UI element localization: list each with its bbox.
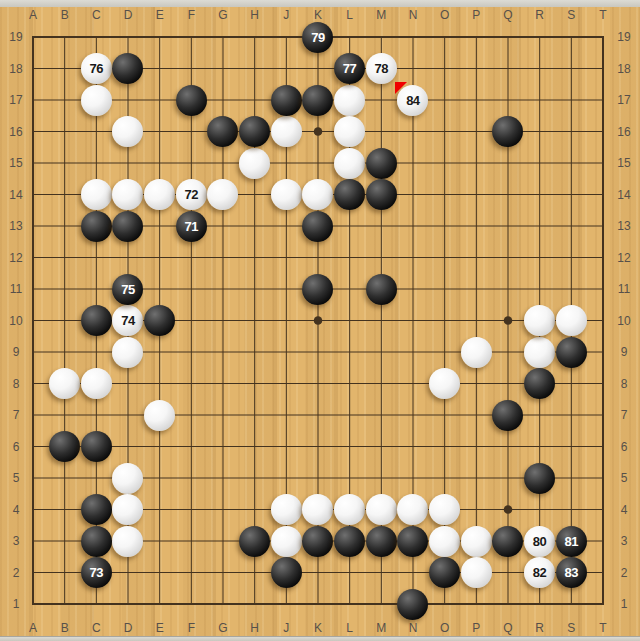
stone-white-d9[interactable] bbox=[112, 337, 143, 368]
stone-move-75[interactable]: 75 bbox=[112, 274, 143, 305]
row-label-right-1: 1 bbox=[621, 597, 628, 611]
stone-white-d14[interactable] bbox=[112, 179, 143, 210]
stone-black-b6[interactable] bbox=[49, 431, 80, 462]
stone-white-j14[interactable] bbox=[271, 179, 302, 210]
col-label-bottom-F: F bbox=[188, 621, 195, 635]
stone-white-l4[interactable] bbox=[334, 494, 365, 525]
col-label-top-H: H bbox=[250, 8, 259, 22]
go-board[interactable]: 7672788474808279777175738183 bbox=[17, 21, 618, 620]
stone-black-r8[interactable] bbox=[524, 368, 555, 399]
stone-white-r9[interactable] bbox=[524, 337, 555, 368]
stone-black-c13[interactable] bbox=[81, 211, 112, 242]
col-label-top-S: S bbox=[567, 8, 575, 22]
col-label-bottom-B: B bbox=[61, 621, 69, 635]
stone-white-c17[interactable] bbox=[81, 85, 112, 116]
stone-move-73[interactable]: 73 bbox=[81, 557, 112, 588]
stone-black-l3[interactable] bbox=[334, 526, 365, 557]
row-label-right-10: 10 bbox=[617, 314, 630, 328]
stone-black-s9[interactable] bbox=[556, 337, 587, 368]
col-label-bottom-J: J bbox=[283, 621, 289, 635]
window-bottom-strip bbox=[0, 636, 640, 641]
col-label-top-R: R bbox=[535, 8, 544, 22]
stone-black-h3[interactable] bbox=[239, 526, 270, 557]
stone-white-e14[interactable] bbox=[144, 179, 175, 210]
stone-white-j16[interactable] bbox=[271, 116, 302, 147]
stone-white-r10[interactable] bbox=[524, 305, 555, 336]
stone-white-p9[interactable] bbox=[461, 337, 492, 368]
row-label-right-17: 17 bbox=[617, 93, 630, 107]
stone-white-s10[interactable] bbox=[556, 305, 587, 336]
row-label-right-8: 8 bbox=[621, 377, 628, 391]
stone-black-j17[interactable] bbox=[271, 85, 302, 116]
stone-white-c8[interactable] bbox=[81, 368, 112, 399]
move-number-label: 82 bbox=[533, 566, 546, 579]
row-label-right-5: 5 bbox=[621, 471, 628, 485]
col-label-bottom-A: A bbox=[29, 621, 37, 635]
stone-white-p2[interactable] bbox=[461, 557, 492, 588]
col-label-bottom-H: H bbox=[250, 621, 259, 635]
stone-black-o2[interactable] bbox=[429, 557, 460, 588]
col-label-bottom-N: N bbox=[409, 621, 418, 635]
row-label-right-11: 11 bbox=[618, 282, 630, 296]
stone-move-71[interactable]: 71 bbox=[176, 211, 207, 242]
stone-white-k4[interactable] bbox=[302, 494, 333, 525]
move-number-label: 77 bbox=[343, 62, 356, 75]
col-label-top-F: F bbox=[188, 8, 195, 22]
stone-black-k11[interactable] bbox=[302, 274, 333, 305]
move-number-label: 73 bbox=[90, 566, 103, 579]
stone-black-r5[interactable] bbox=[524, 463, 555, 494]
last-move-marker-icon bbox=[395, 82, 407, 94]
col-label-top-T: T bbox=[599, 8, 606, 22]
col-label-top-J: J bbox=[283, 8, 289, 22]
stone-white-o3[interactable] bbox=[429, 526, 460, 557]
stone-white-b8[interactable] bbox=[49, 368, 80, 399]
stone-move-72[interactable]: 72 bbox=[176, 179, 207, 210]
stone-move-82[interactable]: 82 bbox=[524, 557, 555, 588]
row-label-right-19: 19 bbox=[617, 30, 630, 44]
stone-white-k14[interactable] bbox=[302, 179, 333, 210]
col-label-bottom-E: E bbox=[156, 621, 164, 635]
move-number-label: 74 bbox=[121, 314, 134, 327]
row-label-right-7: 7 bbox=[621, 408, 628, 422]
row-label-right-2: 2 bbox=[621, 566, 628, 580]
stone-white-g14[interactable] bbox=[207, 179, 238, 210]
row-label-right-9: 9 bbox=[621, 345, 628, 359]
stone-black-c10[interactable] bbox=[81, 305, 112, 336]
move-number-label: 78 bbox=[374, 62, 387, 75]
col-label-top-Q: Q bbox=[503, 8, 512, 22]
stone-black-k17[interactable] bbox=[302, 85, 333, 116]
stone-white-o4[interactable] bbox=[429, 494, 460, 525]
stone-move-79[interactable]: 79 bbox=[302, 22, 333, 53]
stone-black-m15[interactable] bbox=[366, 148, 397, 179]
stone-black-g16[interactable] bbox=[207, 116, 238, 147]
move-number-label: 83 bbox=[564, 566, 577, 579]
stone-black-c6[interactable] bbox=[81, 431, 112, 462]
col-label-bottom-G: G bbox=[218, 621, 227, 635]
col-label-top-P: P bbox=[472, 8, 480, 22]
col-label-top-E: E bbox=[156, 8, 164, 22]
stone-black-m11[interactable] bbox=[366, 274, 397, 305]
row-label-right-13: 13 bbox=[617, 219, 630, 233]
stone-black-d13[interactable] bbox=[112, 211, 143, 242]
move-number-label: 76 bbox=[90, 62, 103, 75]
stone-move-74[interactable]: 74 bbox=[112, 305, 143, 336]
col-label-top-N: N bbox=[409, 8, 418, 22]
col-label-bottom-T: T bbox=[599, 621, 606, 635]
stone-white-j3[interactable] bbox=[271, 526, 302, 557]
move-number-label: 71 bbox=[185, 220, 198, 233]
stone-white-c14[interactable] bbox=[81, 179, 112, 210]
col-label-top-A: A bbox=[29, 8, 37, 22]
stone-white-e7[interactable] bbox=[144, 400, 175, 431]
stone-white-l16[interactable] bbox=[334, 116, 365, 147]
col-label-top-L: L bbox=[346, 8, 353, 22]
col-label-top-C: C bbox=[92, 8, 101, 22]
goban: AABBCCDDEEFFGGHHJJKKLLMMNNOOPPQQRRSSTT19… bbox=[0, 7, 640, 637]
stone-black-l14[interactable] bbox=[334, 179, 365, 210]
stone-move-83[interactable]: 83 bbox=[556, 557, 587, 588]
stone-move-78[interactable]: 78 bbox=[366, 53, 397, 84]
move-number-label: 80 bbox=[533, 535, 546, 548]
row-label-right-18: 18 bbox=[617, 62, 630, 76]
stone-black-q16[interactable] bbox=[492, 116, 523, 147]
stone-black-n3[interactable] bbox=[397, 526, 428, 557]
stone-white-m4[interactable] bbox=[366, 494, 397, 525]
col-label-bottom-M: M bbox=[376, 621, 386, 635]
stone-move-76[interactable]: 76 bbox=[81, 53, 112, 84]
stone-black-k3[interactable] bbox=[302, 526, 333, 557]
stone-white-p3[interactable] bbox=[461, 526, 492, 557]
stone-white-d4[interactable] bbox=[112, 494, 143, 525]
col-label-bottom-K: K bbox=[314, 621, 322, 635]
row-label-right-3: 3 bbox=[621, 534, 628, 548]
stone-black-q7[interactable] bbox=[492, 400, 523, 431]
stone-black-k13[interactable] bbox=[302, 211, 333, 242]
go-app-window: AABBCCDDEEFFGGHHJJKKLLMMNNOOPPQQRRSSTT19… bbox=[0, 0, 640, 641]
col-label-top-M: M bbox=[376, 8, 386, 22]
col-label-bottom-L: L bbox=[346, 621, 353, 635]
col-label-bottom-D: D bbox=[124, 621, 133, 635]
col-label-bottom-S: S bbox=[567, 621, 575, 635]
stone-white-j4[interactable] bbox=[271, 494, 302, 525]
move-number-label: 84 bbox=[406, 94, 419, 107]
stone-white-o8[interactable] bbox=[429, 368, 460, 399]
col-label-top-B: B bbox=[61, 8, 69, 22]
col-label-bottom-Q: Q bbox=[503, 621, 512, 635]
stone-black-e10[interactable] bbox=[144, 305, 175, 336]
stone-white-n4[interactable] bbox=[397, 494, 428, 525]
row-label-right-4: 4 bbox=[621, 503, 628, 517]
row-label-right-15: 15 bbox=[617, 156, 630, 170]
stone-black-h16[interactable] bbox=[239, 116, 270, 147]
row-label-right-12: 12 bbox=[617, 251, 630, 265]
row-label-right-6: 6 bbox=[621, 440, 628, 454]
stone-black-c4[interactable] bbox=[81, 494, 112, 525]
stone-white-d5[interactable] bbox=[112, 463, 143, 494]
stone-black-q3[interactable] bbox=[492, 526, 523, 557]
row-label-right-14: 14 bbox=[617, 188, 630, 202]
move-number-label: 79 bbox=[311, 31, 324, 44]
stone-black-f17[interactable] bbox=[176, 85, 207, 116]
stone-move-81[interactable]: 81 bbox=[556, 526, 587, 557]
col-label-bottom-O: O bbox=[440, 621, 449, 635]
stone-move-77[interactable]: 77 bbox=[334, 53, 365, 84]
stone-black-n1[interactable] bbox=[397, 589, 428, 620]
stone-black-m14[interactable] bbox=[366, 179, 397, 210]
stone-white-l15[interactable] bbox=[334, 148, 365, 179]
col-label-top-D: D bbox=[124, 8, 133, 22]
stone-white-l17[interactable] bbox=[334, 85, 365, 116]
move-number-label: 72 bbox=[185, 188, 198, 201]
col-label-bottom-R: R bbox=[535, 621, 544, 635]
stone-white-h15[interactable] bbox=[239, 148, 270, 179]
stone-white-d16[interactable] bbox=[112, 116, 143, 147]
stone-black-c3[interactable] bbox=[81, 526, 112, 557]
row-label-right-16: 16 bbox=[617, 125, 630, 139]
stone-black-d18[interactable] bbox=[112, 53, 143, 84]
stone-move-84[interactable]: 84 bbox=[397, 85, 428, 116]
col-label-bottom-P: P bbox=[472, 621, 480, 635]
stone-white-d3[interactable] bbox=[112, 526, 143, 557]
col-label-top-G: G bbox=[218, 8, 227, 22]
move-number-label: 81 bbox=[564, 535, 577, 548]
stone-black-j2[interactable] bbox=[271, 557, 302, 588]
stone-move-80[interactable]: 80 bbox=[524, 526, 555, 557]
move-number-label: 75 bbox=[121, 283, 134, 296]
col-label-bottom-C: C bbox=[92, 621, 101, 635]
col-label-top-O: O bbox=[440, 8, 449, 22]
stone-black-m3[interactable] bbox=[366, 526, 397, 557]
col-label-top-K: K bbox=[314, 8, 322, 22]
